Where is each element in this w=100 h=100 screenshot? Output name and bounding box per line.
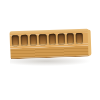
pit-8[interactable] xyxy=(76,33,84,44)
pit-6[interactable] xyxy=(57,33,65,44)
pit-2[interactable] xyxy=(21,35,29,46)
board-side-face xyxy=(88,29,92,55)
pit-4[interactable] xyxy=(39,34,47,45)
pit-3[interactable] xyxy=(30,34,38,45)
product-photo-canvas xyxy=(0,0,100,100)
pit-1[interactable] xyxy=(12,35,20,46)
pit-7[interactable] xyxy=(66,33,74,44)
pit-5[interactable] xyxy=(48,34,56,45)
mancala-board xyxy=(10,29,90,60)
board-shadow xyxy=(10,58,90,66)
